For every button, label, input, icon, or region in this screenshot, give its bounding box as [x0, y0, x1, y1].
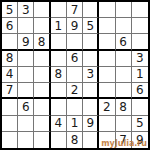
sudoku-cell-r7c6[interactable]	[83, 99, 99, 115]
sudoku-cell-r3c7[interactable]	[99, 34, 115, 50]
sudoku-cell-r6c3[interactable]	[34, 83, 50, 99]
sudoku-cell-r4c3[interactable]	[34, 51, 50, 67]
sudoku-cell-r5c4[interactable]: 8	[51, 67, 67, 83]
sudoku-cell-r9c1[interactable]	[2, 132, 18, 148]
sudoku-cell-r4c9[interactable]: 3	[132, 51, 148, 67]
sudoku-cell-r2c3[interactable]	[34, 18, 50, 34]
sudoku-cell-r1c7[interactable]	[99, 2, 115, 18]
sudoku-cell-r3c6[interactable]	[83, 34, 99, 50]
sudoku-cell-r9c7[interactable]	[99, 132, 115, 148]
sudoku-cell-r8c9[interactable]: 5	[132, 116, 148, 132]
sudoku-cell-r7c8[interactable]: 8	[116, 99, 132, 115]
sudoku-cell-r7c4[interactable]	[51, 99, 67, 115]
sudoku-cell-r4c5[interactable]: 6	[67, 51, 83, 67]
sudoku-cell-r9c3[interactable]	[34, 132, 50, 148]
sudoku-cell-r8c5[interactable]: 1	[67, 116, 83, 132]
sudoku-cell-r4c2[interactable]	[18, 51, 34, 67]
sudoku-cell-r1c5[interactable]: 7	[67, 2, 83, 18]
sudoku-cell-r1c8[interactable]	[116, 2, 132, 18]
sudoku-cell-r7c3[interactable]	[34, 99, 50, 115]
sudoku-cell-r1c4[interactable]	[51, 2, 67, 18]
sudoku-cell-r9c6[interactable]	[83, 132, 99, 148]
sudoku-cell-r7c5[interactable]	[67, 99, 83, 115]
sudoku-cell-r6c4[interactable]	[51, 83, 67, 99]
sudoku-cell-r7c2[interactable]: 6	[18, 99, 34, 115]
sudoku-cell-r3c3[interactable]: 8	[34, 34, 50, 50]
sudoku-cell-r8c7[interactable]	[99, 116, 115, 132]
sudoku-cell-r7c9[interactable]	[132, 99, 148, 115]
sudoku-cell-r1c3[interactable]	[34, 2, 50, 18]
sudoku-cell-r1c2[interactable]: 3	[18, 2, 34, 18]
sudoku-cell-r5c3[interactable]	[34, 67, 50, 83]
sudoku-cell-r8c1[interactable]	[2, 116, 18, 132]
sudoku-cell-r3c1[interactable]	[2, 34, 18, 50]
sudoku-cell-r5c2[interactable]	[18, 67, 34, 83]
sudoku-cell-r6c9[interactable]: 6	[132, 83, 148, 99]
sudoku-cell-r5c8[interactable]	[116, 67, 132, 83]
sudoku-cell-r5c1[interactable]: 4	[2, 67, 18, 83]
sudoku-cell-r6c6[interactable]	[83, 83, 99, 99]
sudoku-cell-r1c9[interactable]	[132, 2, 148, 18]
sudoku-cell-r2c9[interactable]	[132, 18, 148, 34]
sudoku-cell-r2c4[interactable]: 1	[51, 18, 67, 34]
sudoku-cell-r4c7[interactable]	[99, 51, 115, 67]
sudoku-cell-r7c7[interactable]: 2	[99, 99, 115, 115]
sudoku-cell-r5c6[interactable]: 3	[83, 67, 99, 83]
sudoku-cell-r9c5[interactable]: 8	[67, 132, 83, 148]
sudoku-cell-r2c6[interactable]: 5	[83, 18, 99, 34]
sudoku-board: 537619598686348317266284195879	[0, 0, 150, 150]
sudoku-cell-r3c9[interactable]	[132, 34, 148, 50]
sudoku-cell-r9c8[interactable]: 7	[116, 132, 132, 148]
sudoku-cell-r6c7[interactable]	[99, 83, 115, 99]
sudoku-cell-r3c4[interactable]	[51, 34, 67, 50]
sudoku-cell-r8c6[interactable]: 9	[83, 116, 99, 132]
sudoku-cell-r6c2[interactable]	[18, 83, 34, 99]
sudoku-cell-r4c4[interactable]	[51, 51, 67, 67]
sudoku-cell-r8c3[interactable]	[34, 116, 50, 132]
sudoku-cell-r2c7[interactable]	[99, 18, 115, 34]
sudoku-cell-r4c1[interactable]: 8	[2, 51, 18, 67]
sudoku-cell-r9c2[interactable]	[18, 132, 34, 148]
sudoku-cell-r4c6[interactable]	[83, 51, 99, 67]
sudoku-cell-r8c8[interactable]	[116, 116, 132, 132]
sudoku-cell-r1c1[interactable]: 5	[2, 2, 18, 18]
sudoku-cell-r7c1[interactable]	[2, 99, 18, 115]
sudoku-cell-r1c6[interactable]	[83, 2, 99, 18]
sudoku-cell-r5c7[interactable]	[99, 67, 115, 83]
sudoku-cell-r4c8[interactable]	[116, 51, 132, 67]
sudoku-cell-r8c4[interactable]: 4	[51, 116, 67, 132]
sudoku-cell-r6c8[interactable]	[116, 83, 132, 99]
sudoku-cell-r2c8[interactable]	[116, 18, 132, 34]
sudoku-cell-r3c5[interactable]	[67, 34, 83, 50]
sudoku-cell-r6c1[interactable]: 7	[2, 83, 18, 99]
sudoku-cell-r9c4[interactable]	[51, 132, 67, 148]
sudoku-puzzle: 537619598686348317266284195879 myJulia.r…	[0, 0, 150, 150]
sudoku-cell-r9c9[interactable]: 9	[132, 132, 148, 148]
sudoku-cell-r2c1[interactable]: 6	[2, 18, 18, 34]
sudoku-cell-r6c5[interactable]: 2	[67, 83, 83, 99]
sudoku-cell-r5c5[interactable]	[67, 67, 83, 83]
sudoku-cell-r3c2[interactable]: 9	[18, 34, 34, 50]
sudoku-cell-r5c9[interactable]: 1	[132, 67, 148, 83]
sudoku-cell-r3c8[interactable]: 6	[116, 34, 132, 50]
sudoku-cell-r2c2[interactable]	[18, 18, 34, 34]
sudoku-cell-r2c5[interactable]: 9	[67, 18, 83, 34]
sudoku-cell-r8c2[interactable]	[18, 116, 34, 132]
